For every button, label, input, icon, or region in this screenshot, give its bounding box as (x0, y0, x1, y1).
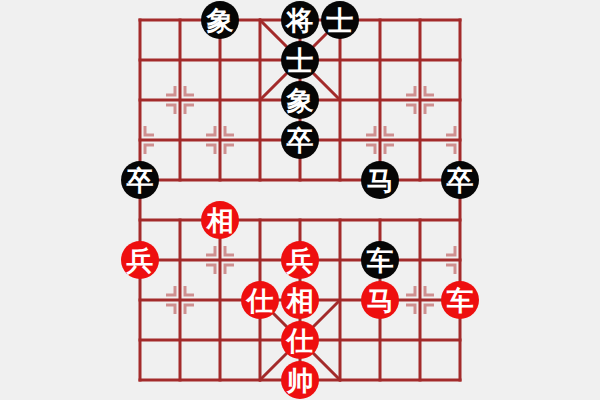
piece-red-general[interactable]: 帅 (281, 361, 319, 399)
piece-red-soldier[interactable]: 兵 (121, 241, 159, 279)
xiangqi-board: 象将士士象卒卒马卒相兵兵车仕相马车仕帅 (0, 0, 600, 400)
piece-black-soldier[interactable]: 卒 (441, 161, 479, 199)
piece-red-chariot[interactable]: 车 (441, 281, 479, 319)
piece-black-chariot[interactable]: 车 (361, 241, 399, 279)
piece-black-advisor[interactable]: 士 (321, 1, 359, 39)
piece-black-general[interactable]: 将 (281, 1, 319, 39)
piece-red-soldier[interactable]: 兵 (281, 241, 319, 279)
piece-red-advisor[interactable]: 仕 (241, 281, 279, 319)
piece-black-soldier[interactable]: 卒 (281, 121, 319, 159)
piece-black-horse[interactable]: 马 (361, 161, 399, 199)
piece-red-horse[interactable]: 马 (361, 281, 399, 319)
piece-black-soldier[interactable]: 卒 (121, 161, 159, 199)
piece-red-advisor[interactable]: 仕 (281, 321, 319, 359)
piece-red-elephant[interactable]: 相 (201, 201, 239, 239)
piece-black-elephant[interactable]: 象 (281, 81, 319, 119)
piece-black-advisor[interactable]: 士 (281, 41, 319, 79)
piece-red-elephant[interactable]: 相 (281, 281, 319, 319)
piece-black-elephant[interactable]: 象 (201, 1, 239, 39)
